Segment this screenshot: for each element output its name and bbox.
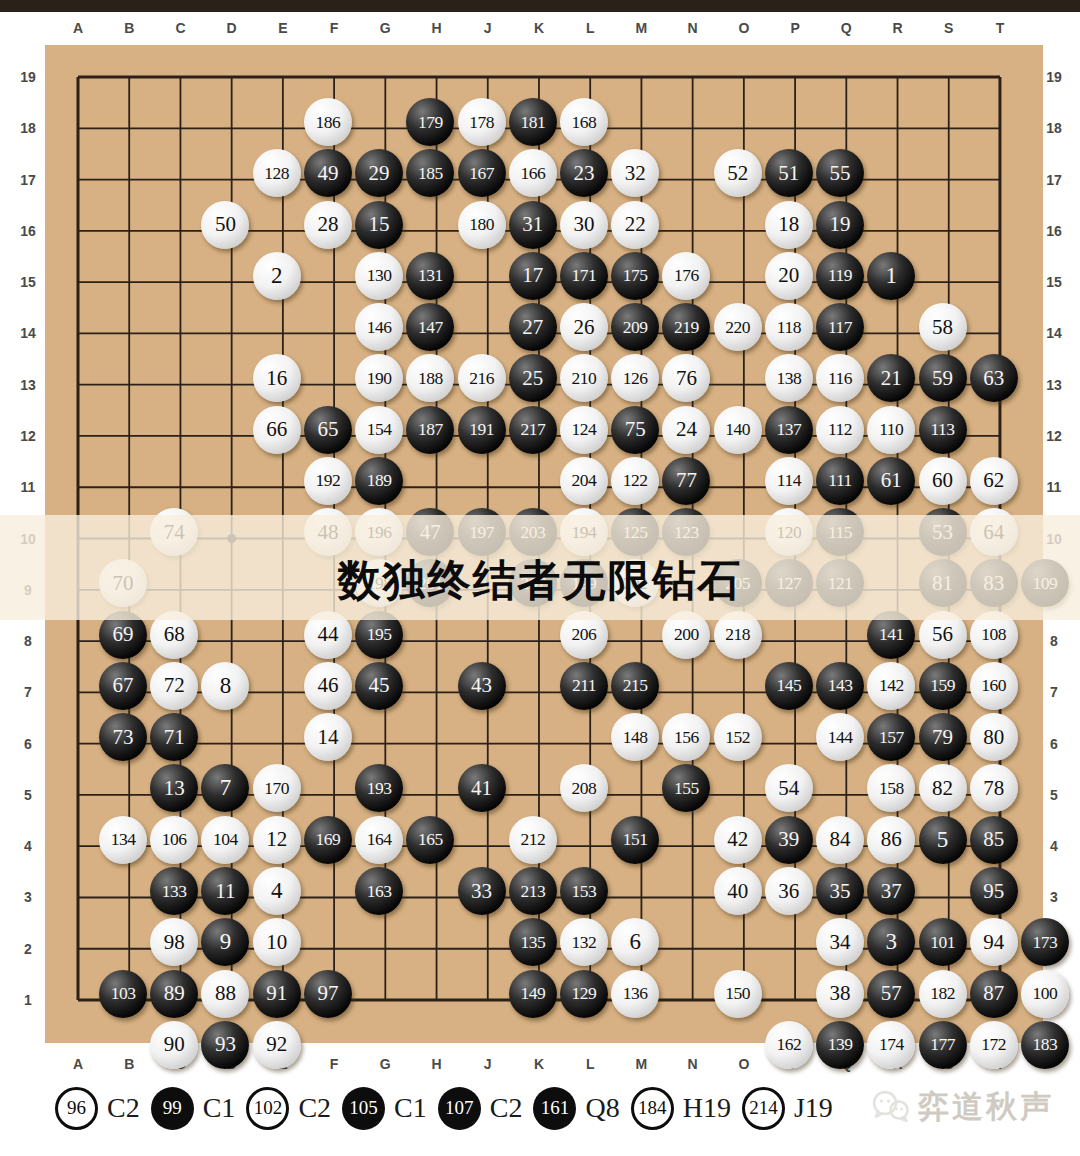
row-label-left-4: 4 [24, 838, 32, 854]
stone-D18: 128 [253, 149, 301, 197]
col-label-top-K: K [534, 20, 544, 36]
top-dark-bar [0, 0, 1080, 12]
stone-F8: 45 [355, 662, 403, 710]
stone-B2: 89 [150, 970, 198, 1018]
caption-move-point: C2 [490, 1092, 523, 1124]
stone-B5: 106 [150, 816, 198, 864]
stone-P18: 55 [816, 149, 864, 197]
stone-Q2: 57 [867, 970, 915, 1018]
col-label-bottom-H: H [431, 1056, 441, 1072]
watermark-text: 弈道秋声 [918, 1086, 1054, 1128]
row-label-left-18: 18 [20, 120, 36, 136]
row-label-right-11: 11 [1047, 479, 1062, 495]
stone-O1: 162 [765, 1021, 813, 1069]
stone-N7: 152 [714, 713, 762, 761]
stone-L8: 215 [611, 662, 659, 710]
stone-S8: 160 [970, 662, 1018, 710]
caption-move-number: 161 [533, 1087, 576, 1130]
stone-G13: 187 [406, 406, 454, 454]
row-label-left-13: 13 [20, 377, 36, 393]
stone-N18: 52 [714, 149, 762, 197]
caption-entry-99: 99C1 [151, 1087, 236, 1130]
stone-K3: 132 [560, 918, 608, 966]
stone-L14: 126 [611, 354, 659, 402]
stone-A7: 73 [99, 713, 147, 761]
row-label-left-5: 5 [24, 787, 32, 803]
col-label-top-L: L [586, 20, 595, 36]
stone-K4: 153 [560, 867, 608, 915]
stone-Q13: 110 [867, 406, 915, 454]
stone-R7: 79 [919, 713, 967, 761]
row-label-left-7: 7 [24, 684, 32, 700]
col-label-top-Q: Q [841, 20, 852, 36]
row-label-right-18: 18 [1046, 120, 1062, 136]
row-label-left-8: 8 [24, 633, 32, 649]
stone-E13: 65 [304, 406, 352, 454]
row-label-left-19: 19 [20, 69, 36, 85]
col-label-top-D: D [227, 20, 237, 36]
caption-move-point: C2 [298, 1092, 331, 1124]
stone-P3: 34 [816, 918, 864, 966]
row-label-right-14: 14 [1046, 325, 1062, 341]
stone-H13: 191 [458, 406, 506, 454]
stone-N5: 42 [714, 816, 762, 864]
caption-entry-161: 161Q8 [533, 1087, 619, 1130]
stone-E5: 169 [304, 816, 352, 864]
stone-H18: 167 [458, 149, 506, 197]
stone-K17: 30 [560, 201, 608, 249]
stone-Q6: 158 [867, 764, 915, 812]
col-label-top-O: O [738, 20, 749, 36]
stone-M6: 155 [662, 764, 710, 812]
stone-F18: 29 [355, 149, 403, 197]
row-label-right-17: 17 [1046, 172, 1062, 188]
stone-R13: 113 [919, 406, 967, 454]
stone-D14: 16 [253, 354, 301, 402]
row-label-left-3: 3 [24, 889, 32, 905]
stone-G19: 179 [406, 98, 454, 146]
stone-O4: 36 [765, 867, 813, 915]
stone-B1: 90 [150, 1021, 198, 1069]
stone-P7: 144 [816, 713, 864, 761]
stone-B8: 72 [150, 662, 198, 710]
stone-C6: 7 [201, 764, 249, 812]
col-label-bottom-B: B [124, 1056, 134, 1072]
row-label-right-5: 5 [1050, 787, 1058, 803]
stone-P17: 19 [816, 201, 864, 249]
stone-M12: 77 [662, 457, 710, 505]
stone-S4: 95 [970, 867, 1018, 915]
caption-move-point: C1 [394, 1092, 427, 1124]
stone-F16: 130 [355, 252, 403, 300]
stone-F5: 164 [355, 816, 403, 864]
stone-R3: 101 [919, 918, 967, 966]
kifu-image: 1861791781811681284929185167166233252515… [0, 0, 1080, 1156]
caption-move-number: 107 [438, 1087, 481, 1130]
stone-D13: 66 [253, 406, 301, 454]
stone-D2: 91 [253, 970, 301, 1018]
col-label-top-H: H [431, 20, 441, 36]
stone-O12: 114 [765, 457, 813, 505]
stone-S12: 62 [970, 457, 1018, 505]
stone-R5: 5 [919, 816, 967, 864]
stone-M13: 24 [662, 406, 710, 454]
stone-N15: 220 [714, 303, 762, 351]
caption-move-point: J19 [794, 1092, 833, 1124]
stone-R8: 159 [919, 662, 967, 710]
stone-H14: 216 [458, 354, 506, 402]
stone-J13: 217 [509, 406, 557, 454]
stone-J19: 181 [509, 98, 557, 146]
stone-S5: 85 [970, 816, 1018, 864]
col-label-top-P: P [790, 20, 799, 36]
stone-P1: 139 [816, 1021, 864, 1069]
stone-P4: 35 [816, 867, 864, 915]
col-label-bottom-A: A [73, 1056, 83, 1072]
stone-P13: 112 [816, 406, 864, 454]
caption-entry-214: 214J19 [742, 1087, 833, 1130]
stone-G14: 188 [406, 354, 454, 402]
col-label-bottom-M: M [636, 1056, 648, 1072]
col-label-top-A: A [73, 20, 83, 36]
row-label-left-15: 15 [20, 274, 36, 290]
stone-L2: 136 [611, 970, 659, 1018]
stone-K6: 208 [560, 764, 608, 812]
stone-G16: 131 [406, 252, 454, 300]
caption-move-number: 105 [342, 1087, 385, 1130]
stone-C2: 88 [201, 970, 249, 1018]
stone-J17: 31 [509, 201, 557, 249]
stone-J5: 212 [509, 816, 557, 864]
stone-O6: 54 [765, 764, 813, 812]
col-label-bottom-J: J [484, 1056, 492, 1072]
stone-P15: 117 [816, 303, 864, 351]
caption-move-number: 184 [631, 1087, 674, 1130]
stone-M14: 76 [662, 354, 710, 402]
row-label-left-1: 1 [24, 992, 32, 1008]
caption-entry-107: 107C2 [438, 1087, 523, 1130]
stone-Q12: 61 [867, 457, 915, 505]
stone-M16: 176 [662, 252, 710, 300]
stone-T3: 173 [1021, 918, 1069, 966]
stone-Q1: 174 [867, 1021, 915, 1069]
row-label-left-2: 2 [24, 941, 32, 957]
stone-E19: 186 [304, 98, 352, 146]
stone-L17: 22 [611, 201, 659, 249]
row-label-left-11: 11 [21, 479, 36, 495]
col-label-bottom-K: K [534, 1056, 544, 1072]
stone-J2: 149 [509, 970, 557, 1018]
stone-B6: 13 [150, 764, 198, 812]
stone-L16: 175 [611, 252, 659, 300]
stone-J15: 27 [509, 303, 557, 351]
stone-J14: 25 [509, 354, 557, 402]
row-label-right-3: 3 [1050, 889, 1058, 905]
stone-L13: 75 [611, 406, 659, 454]
stone-D6: 170 [253, 764, 301, 812]
stone-E8: 46 [304, 662, 352, 710]
stone-T2: 100 [1021, 970, 1069, 1018]
stone-Q8: 142 [867, 662, 915, 710]
stone-Q5: 86 [867, 816, 915, 864]
stone-C4: 11 [201, 867, 249, 915]
col-label-top-M: M [636, 20, 648, 36]
caption-entry-102: 102C2 [246, 1087, 331, 1130]
stone-Q7: 157 [867, 713, 915, 761]
col-label-top-S: S [944, 20, 953, 36]
stone-H17: 180 [458, 201, 506, 249]
stone-F4: 163 [355, 867, 403, 915]
stone-Q14: 21 [867, 354, 915, 402]
caption-entry-96: 96C2 [55, 1087, 140, 1130]
caption-move-point: Q8 [585, 1092, 619, 1124]
stone-R6: 82 [919, 764, 967, 812]
stone-R2: 182 [919, 970, 967, 1018]
stone-B4: 133 [150, 867, 198, 915]
stone-A8: 67 [99, 662, 147, 710]
stone-D16: 2 [253, 252, 301, 300]
caption-move-number: 99 [151, 1087, 194, 1130]
stone-H4: 33 [458, 867, 506, 915]
stone-K2: 129 [560, 970, 608, 1018]
stone-S2: 87 [970, 970, 1018, 1018]
col-label-bottom-F: F [330, 1056, 339, 1072]
stone-T1: 183 [1021, 1021, 1069, 1069]
caption-entry-184: 184H19 [631, 1087, 731, 1130]
caption-move-number: 214 [742, 1087, 785, 1130]
stone-B3: 98 [150, 918, 198, 966]
stone-S1: 172 [970, 1021, 1018, 1069]
caption-move-point: C2 [107, 1092, 140, 1124]
stone-A5: 134 [99, 816, 147, 864]
stone-O17: 18 [765, 201, 813, 249]
stone-F12: 189 [355, 457, 403, 505]
stone-D3: 10 [253, 918, 301, 966]
stone-H8: 43 [458, 662, 506, 710]
stone-O15: 118 [765, 303, 813, 351]
stone-O13: 137 [765, 406, 813, 454]
watermark: 弈道秋声 [870, 1086, 1054, 1128]
stone-S6: 78 [970, 764, 1018, 812]
stone-E17: 28 [304, 201, 352, 249]
row-label-right-12: 12 [1046, 428, 1062, 444]
stone-L5: 151 [611, 816, 659, 864]
row-label-right-7: 7 [1050, 684, 1058, 700]
stone-K16: 171 [560, 252, 608, 300]
stone-R15: 58 [919, 303, 967, 351]
stone-D1: 92 [253, 1021, 301, 1069]
stone-C5: 104 [201, 816, 249, 864]
stone-P5: 84 [816, 816, 864, 864]
row-label-right-13: 13 [1046, 377, 1062, 393]
caption-move-number: 96 [55, 1087, 98, 1130]
stone-L7: 148 [611, 713, 659, 761]
stone-P16: 119 [816, 252, 864, 300]
stone-R1: 177 [919, 1021, 967, 1069]
stone-P8: 143 [816, 662, 864, 710]
col-label-top-T: T [996, 20, 1005, 36]
row-label-right-4: 4 [1050, 838, 1058, 854]
stone-O8: 145 [765, 662, 813, 710]
stone-E12: 192 [304, 457, 352, 505]
row-label-left-17: 17 [20, 172, 36, 188]
stone-D4: 4 [253, 867, 301, 915]
stone-Q4: 37 [867, 867, 915, 915]
stone-Q3: 3 [867, 918, 915, 966]
stone-C17: 50 [201, 201, 249, 249]
caption-move-number: 102 [246, 1087, 289, 1130]
stone-M7: 156 [662, 713, 710, 761]
col-label-top-B: B [124, 20, 134, 36]
stone-P2: 38 [816, 970, 864, 1018]
stone-J3: 135 [509, 918, 557, 966]
stone-S3: 94 [970, 918, 1018, 966]
row-label-right-6: 6 [1050, 736, 1058, 752]
stone-O5: 39 [765, 816, 813, 864]
col-label-bottom-L: L [586, 1056, 595, 1072]
stone-J4: 213 [509, 867, 557, 915]
stone-C3: 9 [201, 918, 249, 966]
stone-G15: 147 [406, 303, 454, 351]
col-label-top-F: F [330, 20, 339, 36]
stone-E2: 97 [304, 970, 352, 1018]
row-label-right-15: 15 [1046, 274, 1062, 290]
stone-N2: 150 [714, 970, 762, 1018]
stone-D5: 12 [253, 816, 301, 864]
stone-P14: 116 [816, 354, 864, 402]
stone-L18: 32 [611, 149, 659, 197]
col-label-bottom-N: N [688, 1056, 698, 1072]
stone-G5: 165 [406, 816, 454, 864]
stone-K8: 211 [560, 662, 608, 710]
col-label-bottom-G: G [380, 1056, 391, 1072]
row-label-left-12: 12 [20, 428, 36, 444]
stone-J18: 166 [509, 149, 557, 197]
row-label-right-8: 8 [1050, 633, 1058, 649]
stone-R12: 60 [919, 457, 967, 505]
stone-K18: 23 [560, 149, 608, 197]
stone-K12: 204 [560, 457, 608, 505]
stone-S14: 63 [970, 354, 1018, 402]
caption-move-point: H19 [683, 1092, 731, 1124]
stone-B7: 71 [150, 713, 198, 761]
banner-title: 数独终结者无限钻石 [0, 552, 1080, 610]
stone-J16: 17 [509, 252, 557, 300]
stone-P12: 111 [816, 457, 864, 505]
stone-M15: 219 [662, 303, 710, 351]
wechat-icon [870, 1090, 910, 1124]
stone-O18: 51 [765, 149, 813, 197]
col-label-top-N: N [688, 20, 698, 36]
stone-L12: 122 [611, 457, 659, 505]
stone-L15: 209 [611, 303, 659, 351]
stone-R14: 59 [919, 354, 967, 402]
stone-Q16: 1 [867, 252, 915, 300]
stone-F14: 190 [355, 354, 403, 402]
stone-A2: 103 [99, 970, 147, 1018]
col-label-top-C: C [175, 20, 185, 36]
stone-H19: 178 [458, 98, 506, 146]
stone-L3: 6 [611, 918, 659, 966]
stone-O16: 20 [765, 252, 813, 300]
col-label-top-E: E [278, 20, 287, 36]
stone-K13: 124 [560, 406, 608, 454]
col-label-top-R: R [892, 20, 902, 36]
col-label-bottom-O: O [738, 1056, 749, 1072]
stone-F17: 15 [355, 201, 403, 249]
stone-H6: 41 [458, 764, 506, 812]
stone-E18: 49 [304, 149, 352, 197]
stone-E7: 14 [304, 713, 352, 761]
stone-O14: 138 [765, 354, 813, 402]
row-label-left-6: 6 [24, 736, 32, 752]
caption-entry-105: 105C1 [342, 1087, 427, 1130]
stone-F13: 154 [355, 406, 403, 454]
stone-F15: 146 [355, 303, 403, 351]
stone-G18: 185 [406, 149, 454, 197]
col-label-top-J: J [484, 20, 492, 36]
stone-K14: 210 [560, 354, 608, 402]
stone-S7: 80 [970, 713, 1018, 761]
row-label-right-19: 19 [1046, 69, 1062, 85]
row-label-right-16: 16 [1046, 223, 1062, 239]
stone-C1: 93 [201, 1021, 249, 1069]
stone-K19: 168 [560, 98, 608, 146]
caption-move-point: C1 [203, 1092, 236, 1124]
stone-N13: 140 [714, 406, 762, 454]
stone-K15: 26 [560, 303, 608, 351]
stone-N4: 40 [714, 867, 762, 915]
stone-C8: 8 [201, 662, 249, 710]
col-label-top-G: G [380, 20, 391, 36]
row-label-left-14: 14 [20, 325, 36, 341]
stone-F6: 193 [355, 764, 403, 812]
row-label-left-16: 16 [20, 223, 36, 239]
